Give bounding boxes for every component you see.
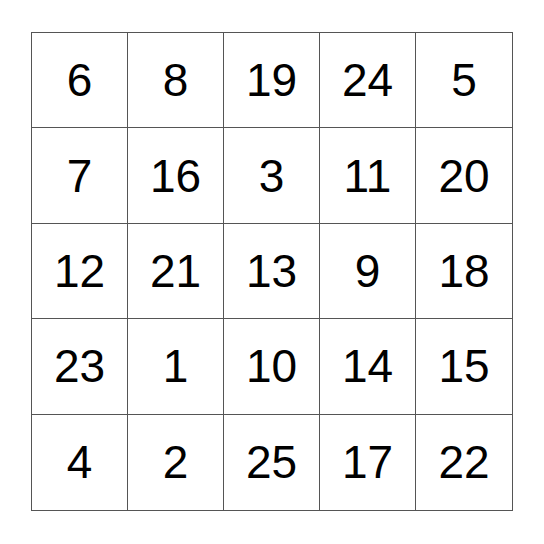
grid-cell-r2c2[interactable]: 16 [128, 128, 224, 223]
grid-cell-r5c2[interactable]: 2 [128, 415, 224, 510]
grid-cell-r3c2[interactable]: 21 [128, 224, 224, 319]
grid-cell-r3c1[interactable]: 12 [32, 224, 128, 319]
grid-cell-r3c5[interactable]: 18 [416, 224, 512, 319]
grid-cell-r4c4[interactable]: 14 [320, 319, 416, 414]
number-grid-board: 6 8 19 24 5 7 16 3 11 20 12 21 13 9 18 2… [31, 32, 513, 511]
grid-cell-r4c3[interactable]: 10 [224, 319, 320, 414]
grid-cell-r5c5[interactable]: 22 [416, 415, 512, 510]
grid-cell-r1c4[interactable]: 24 [320, 33, 416, 128]
grid-cell-r2c5[interactable]: 20 [416, 128, 512, 223]
grid-cell-r3c4[interactable]: 9 [320, 224, 416, 319]
grid-cell-r2c1[interactable]: 7 [32, 128, 128, 223]
grid-cell-r1c5[interactable]: 5 [416, 33, 512, 128]
grid-cell-r1c1[interactable]: 6 [32, 33, 128, 128]
grid-cell-r4c2[interactable]: 1 [128, 319, 224, 414]
grid-cell-r4c5[interactable]: 15 [416, 319, 512, 414]
grid-cell-r5c3[interactable]: 25 [224, 415, 320, 510]
grid-cell-r1c3[interactable]: 19 [224, 33, 320, 128]
grid-cell-r5c1[interactable]: 4 [32, 415, 128, 510]
grid-cell-r5c4[interactable]: 17 [320, 415, 416, 510]
grid-cell-r2c4[interactable]: 11 [320, 128, 416, 223]
grid-cell-r1c2[interactable]: 8 [128, 33, 224, 128]
grid-cell-r4c1[interactable]: 23 [32, 319, 128, 414]
grid-cell-r3c3[interactable]: 13 [224, 224, 320, 319]
grid-cell-r2c3[interactable]: 3 [224, 128, 320, 223]
